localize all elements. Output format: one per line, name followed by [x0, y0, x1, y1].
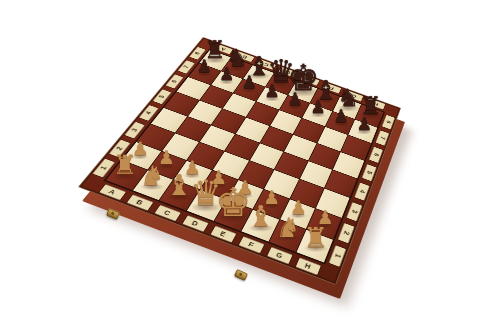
brass-clasp-icon	[234, 269, 248, 281]
photo-scene: AA11BB22CC33DD44EE55FF66GG77HH88 ♜♞♟♝♟♛♟…	[0, 0, 500, 333]
